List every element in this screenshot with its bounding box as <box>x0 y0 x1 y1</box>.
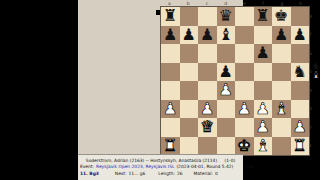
square-c5 <box>198 63 217 82</box>
white-pawn: ♟ <box>293 118 307 136</box>
square-f2: ♟ <box>254 118 273 137</box>
square-g7: ♟ <box>272 26 291 45</box>
white-player-rating: (2163) <box>130 158 145 163</box>
players-separator: -- <box>146 158 149 163</box>
square-h1: ♜ <box>291 137 310 156</box>
white-pawn: ♟ <box>200 100 214 118</box>
black-pawn: ♟ <box>200 26 214 44</box>
square-d5: ♟ <box>217 63 236 82</box>
square-f7 <box>254 26 273 45</box>
square-g2 <box>272 118 291 137</box>
square-h4 <box>291 81 310 100</box>
square-e2 <box>235 118 254 137</box>
rank-labels-right: 87654321 <box>309 7 314 155</box>
square-b5 <box>180 63 199 82</box>
rank-label-8: 8 <box>309 7 314 26</box>
black-pawn: ♟ <box>182 26 196 44</box>
square-d7: ♝ <box>217 26 236 45</box>
game-info-bar: abcdefgh Soderstrom, Adrian (2163) -- Ho… <box>78 154 243 180</box>
next-move: 11... g6 <box>129 171 146 176</box>
square-f8: ♜ <box>254 7 273 26</box>
square-d8: ♛ <box>217 7 236 26</box>
square-d4: ♟ <box>217 81 236 100</box>
white-player-name: Soderstrom, Adrian <box>86 158 128 163</box>
move-line: 11. Bg3 Next: 11... g6 Length: 26 Materi… <box>80 171 218 176</box>
square-b1 <box>180 137 199 156</box>
material-label: Material: <box>194 171 213 176</box>
event-details: (2023-04-01, Round 5.42) <box>176 164 233 169</box>
square-g6 <box>272 44 291 63</box>
event-label: Event: <box>80 164 94 169</box>
chess-board: ♜♛♜♚♟♟♟♝♟♟♟♟♞♟♟♟♟♟♝♛♟♟♜♚♝♜ <box>160 6 310 156</box>
square-a8: ♜ <box>161 7 180 26</box>
square-e6 <box>235 44 254 63</box>
black-king: ♚ <box>274 7 288 25</box>
white-pawn: ♟ <box>219 81 233 99</box>
black-knight: ♞ <box>293 63 307 81</box>
square-b7: ♟ <box>180 26 199 45</box>
clock-value: 0:00 <box>244 164 254 169</box>
white-queen: ♛ <box>200 118 214 136</box>
square-b6 <box>180 44 199 63</box>
square-b8 <box>180 7 199 26</box>
black-player-name: Hostynskyh, Anastasiia <box>150 158 201 163</box>
event-line: Event: Reykjavik Open 2023, Reykjavik IS… <box>80 164 254 169</box>
black-player-rating: (2114) <box>203 158 218 163</box>
black-pawn: ♟ <box>219 63 233 81</box>
square-f6: ♟ <box>254 44 273 63</box>
square-b2 <box>180 118 199 137</box>
square-g4 <box>272 81 291 100</box>
square-e8 <box>235 7 254 26</box>
rank-label-3: 3 <box>309 100 314 119</box>
material-indicators: ♞ ♝ <box>312 62 320 80</box>
square-g8: ♚ <box>272 7 291 26</box>
square-c4 <box>198 81 217 100</box>
material-value: 0 <box>215 171 218 176</box>
square-a4 <box>161 81 180 100</box>
square-d2 <box>217 118 236 137</box>
square-g3: ♝ <box>272 100 291 119</box>
rank-label-7: 7 <box>309 26 314 45</box>
square-e3: ♟ <box>235 100 254 119</box>
event-link[interactable]: Reykjavik Open 2023, Reykjavik ISL <box>96 164 174 169</box>
square-d6 <box>217 44 236 63</box>
white-pawn: ♟ <box>256 118 270 136</box>
square-c6 <box>198 44 217 63</box>
rank-label-2: 2 <box>309 118 314 137</box>
length-value: 26 <box>177 171 183 176</box>
players-line: Soderstrom, Adrian (2163) -- Hostynskyh,… <box>78 158 243 163</box>
white-bishop: ♝ <box>274 100 288 118</box>
current-move: 11. Bg3 <box>80 171 99 176</box>
white-bishop-material-icon: ♝ <box>312 71 320 80</box>
black-pawn: ♟ <box>274 26 288 44</box>
black-queen: ♛ <box>219 7 233 25</box>
white-pawn: ♟ <box>163 100 177 118</box>
white-king: ♚ <box>237 137 251 155</box>
square-d3 <box>217 100 236 119</box>
square-e7 <box>235 26 254 45</box>
square-f4 <box>254 81 273 100</box>
square-f3: ♟ <box>254 100 273 119</box>
square-a6 <box>161 44 180 63</box>
square-h3 <box>291 100 310 119</box>
square-c2: ♛ <box>198 118 217 137</box>
black-rook: ♜ <box>256 7 270 25</box>
black-pawn: ♟ <box>163 26 177 44</box>
square-g1 <box>272 137 291 156</box>
video-frame: abcdefgh ♜♛♜♚♟♟♟♝♟♟♟♟♞♟♟♟♟♟♝♛♟♟♜♚♝♜ 8765… <box>0 0 320 180</box>
square-c1 <box>198 137 217 156</box>
square-h8 <box>291 7 310 26</box>
black-pawn: ♟ <box>293 26 307 44</box>
rank-label-4: 4 <box>309 81 314 100</box>
white-rook: ♜ <box>293 137 307 155</box>
game-result: (1-0) <box>225 158 236 163</box>
square-a1: ♜ <box>161 137 180 156</box>
square-g5 <box>272 63 291 82</box>
chess-app-panel: abcdefgh ♜♛♜♚♟♟♟♝♟♟♟♟♞♟♟♟♟♟♝♛♟♟♜♚♝♜ 8765… <box>78 0 243 180</box>
square-c7: ♟ <box>198 26 217 45</box>
square-b3 <box>180 100 199 119</box>
rank-label-1: 1 <box>309 137 314 156</box>
black-pawn: ♟ <box>256 44 270 62</box>
white-pawn: ♟ <box>237 100 251 118</box>
rank-label-6: 6 <box>309 44 314 63</box>
next-label: Next: <box>115 171 127 176</box>
square-c8 <box>198 7 217 26</box>
square-a2 <box>161 118 180 137</box>
square-c3: ♟ <box>198 100 217 119</box>
square-h7: ♟ <box>291 26 310 45</box>
square-e1: ♚ <box>235 137 254 156</box>
square-a5 <box>161 63 180 82</box>
square-f1: ♝ <box>254 137 273 156</box>
square-a3: ♟ <box>161 100 180 119</box>
black-bishop: ♝ <box>219 26 233 44</box>
square-a7: ♟ <box>161 26 180 45</box>
white-bishop: ♝ <box>256 137 270 155</box>
white-pawn: ♟ <box>256 100 270 118</box>
square-d1 <box>217 137 236 156</box>
square-h5: ♞ <box>291 63 310 82</box>
square-e4 <box>235 81 254 100</box>
square-e5 <box>235 63 254 82</box>
square-h2: ♟ <box>291 118 310 137</box>
square-f5 <box>254 63 273 82</box>
white-rook: ♜ <box>163 137 177 155</box>
length-label: Length: <box>158 171 175 176</box>
square-h6 <box>291 44 310 63</box>
square-b4 <box>180 81 199 100</box>
black-rook: ♜ <box>163 7 177 25</box>
